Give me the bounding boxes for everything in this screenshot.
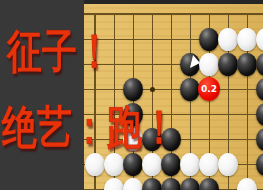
- commentary-line-fineart-run: 绝艺：跑！: [2, 104, 177, 150]
- commentary-line-ladder: 征子！: [7, 28, 112, 74]
- grid-line-h: [84, 13, 263, 15]
- white-stone: [180, 153, 200, 176]
- black-stone: [180, 78, 200, 101]
- black-stone: [199, 28, 219, 51]
- black-stone: [180, 178, 200, 191]
- white-stone: [256, 28, 263, 51]
- black-stone: [237, 53, 257, 76]
- black-stone: [199, 178, 219, 191]
- white-stone: [104, 153, 124, 176]
- screenshot-stage: 0.2 征子！ 绝艺：跑！: [0, 0, 263, 190]
- black-stone: [123, 153, 143, 176]
- black-stone: [123, 78, 143, 101]
- white-stone: [237, 178, 257, 191]
- white-stone: [218, 153, 238, 176]
- white-stone: [237, 28, 257, 51]
- white-stone: [104, 178, 124, 191]
- white-stone: [123, 178, 143, 191]
- black-stone: [256, 128, 263, 151]
- black-stone: [161, 153, 181, 176]
- star-point: [150, 87, 155, 92]
- grid-line-h: [84, 89, 263, 90]
- black-stone: [218, 53, 238, 76]
- white-stone: [142, 153, 162, 176]
- black-stone: [161, 178, 181, 191]
- white-stone: [85, 153, 105, 176]
- white-stone: [218, 28, 238, 51]
- white-stone: [199, 153, 219, 176]
- black-stone: [256, 103, 263, 126]
- black-stone: [142, 178, 162, 191]
- black-stone: [256, 53, 263, 76]
- white-stone: [199, 53, 219, 76]
- black-stone: [256, 153, 263, 176]
- ai-move-suggestion[interactable]: 0.2: [198, 77, 220, 101]
- black-stone: [256, 78, 263, 101]
